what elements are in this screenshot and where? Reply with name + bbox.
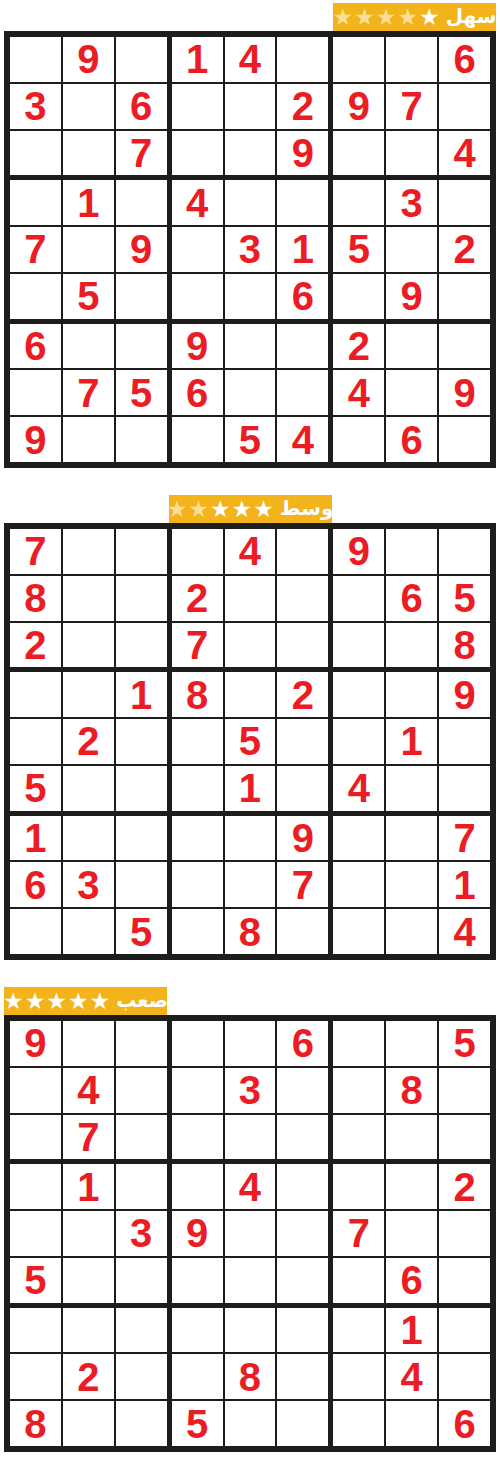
sudoku-cell-empty[interactable] — [10, 131, 61, 176]
sudoku-box: 2496 — [333, 324, 490, 462]
sudoku-cell-empty[interactable] — [172, 227, 223, 272]
sudoku-cell-empty[interactable] — [63, 766, 114, 811]
sudoku-cell-given[interactable]: 5 — [116, 370, 167, 415]
sudoku-cell-empty[interactable] — [172, 1258, 223, 1303]
sudoku-cell-empty[interactable] — [172, 417, 223, 462]
sudoku-cell-given[interactable]: 1 — [63, 180, 114, 225]
sudoku-cell-given[interactable]: 7 — [10, 529, 61, 574]
sudoku-cell-given[interactable]: 8 — [172, 672, 223, 717]
sudoku-cell-given[interactable]: 2 — [63, 1354, 114, 1399]
sudoku-cell-given[interactable]: 5 — [63, 274, 114, 319]
sudoku-cell-given[interactable]: 5 — [10, 1258, 61, 1303]
sudoku-cell-given[interactable]: 7 — [10, 227, 61, 272]
sudoku-cell-empty[interactable] — [439, 766, 490, 811]
sudoku-cell-empty[interactable] — [333, 1068, 384, 1113]
sudoku-cell-empty[interactable] — [277, 719, 328, 764]
sudoku-cell-empty[interactable] — [116, 180, 167, 225]
sudoku-cell-given[interactable]: 3 — [10, 84, 61, 129]
sudoku-cell-empty[interactable] — [10, 1354, 61, 1399]
sudoku-box: 1635 — [10, 816, 167, 954]
sudoku-cell-given[interactable]: 4 — [439, 131, 490, 176]
sudoku-cell-empty[interactable] — [277, 1164, 328, 1209]
sudoku-cell-empty[interactable] — [386, 766, 437, 811]
sudoku-cell-empty[interactable] — [63, 1021, 114, 1066]
sudoku-cell-empty[interactable] — [63, 1401, 114, 1446]
sudoku-cell-empty[interactable] — [116, 1258, 167, 1303]
sudoku-cell-given[interactable]: 6 — [386, 1258, 437, 1303]
sudoku-cell-empty[interactable] — [439, 719, 490, 764]
sudoku-cell-given[interactable]: 4 — [172, 180, 223, 225]
sudoku-cell-given[interactable]: 1 — [386, 1308, 437, 1353]
sudoku-box: 146 — [333, 1308, 490, 1446]
sudoku-cell-given[interactable]: 7 — [63, 370, 114, 415]
sudoku-cell-empty[interactable] — [172, 909, 223, 954]
sudoku-cell-empty[interactable] — [116, 417, 167, 462]
sudoku-cell-empty[interactable] — [116, 1115, 167, 1160]
sudoku-cell-empty[interactable] — [225, 816, 276, 861]
sudoku-cell-given[interactable]: 2 — [439, 1164, 490, 1209]
sudoku-cell-empty[interactable] — [333, 862, 384, 907]
sudoku-cell-empty[interactable] — [172, 1068, 223, 1113]
sudoku-cell-empty[interactable] — [172, 1354, 223, 1399]
sudoku-cell-empty[interactable] — [225, 672, 276, 717]
sudoku-cell-given[interactable]: 1 — [386, 719, 437, 764]
sudoku-cell-empty[interactable] — [225, 180, 276, 225]
sudoku-cell-empty[interactable] — [386, 37, 437, 82]
sudoku-box: 9367 — [10, 37, 167, 175]
sudoku-cell-empty[interactable] — [10, 909, 61, 954]
sudoku-cell-given[interactable]: 6 — [10, 324, 61, 369]
sudoku-box: 125 — [10, 672, 167, 810]
sudoku-cell-given[interactable]: 4 — [225, 37, 276, 82]
sudoku-cell-given[interactable]: 9 — [63, 37, 114, 82]
difficulty-stars: ★★★★★ — [333, 6, 440, 29]
sudoku-cell-given[interactable]: 9 — [116, 227, 167, 272]
sudoku-cell-empty[interactable] — [225, 274, 276, 319]
sudoku-cell-given[interactable]: 9 — [439, 370, 490, 415]
sudoku-cell-empty[interactable] — [10, 719, 61, 764]
sudoku-cell-given[interactable]: 8 — [225, 909, 276, 954]
banner-row: ★★★★★وسط — [0, 495, 500, 523]
sudoku-cell-given[interactable]: 4 — [63, 1068, 114, 1113]
sudoku-cell-given[interactable]: 5 — [116, 909, 167, 954]
sudoku-cell-given[interactable]: 3 — [116, 1211, 167, 1256]
sudoku-cell-empty[interactable] — [63, 1258, 114, 1303]
sudoku-cell-empty[interactable] — [172, 862, 223, 907]
sudoku-cell-given[interactable]: 8 — [10, 1401, 61, 1446]
sudoku-cell-empty[interactable] — [386, 1211, 437, 1256]
star-icon: ★ — [3, 990, 24, 1013]
sudoku-cell-given[interactable]: 2 — [63, 719, 114, 764]
sudoku-cell-empty[interactable] — [277, 324, 328, 369]
sudoku-cell-empty[interactable] — [333, 1308, 384, 1353]
sudoku-cell-empty[interactable] — [172, 1021, 223, 1066]
difficulty-banner-easy: ★★★★★سهل — [333, 3, 496, 31]
sudoku-cell-given[interactable]: 4 — [277, 417, 328, 462]
sudoku-cell-empty[interactable] — [63, 324, 114, 369]
sudoku-cell-given[interactable]: 6 — [386, 417, 437, 462]
sudoku-cell-empty[interactable] — [333, 576, 384, 621]
sudoku-cell-empty[interactable] — [333, 274, 384, 319]
sudoku-cell-empty[interactable] — [333, 1115, 384, 1160]
star-icon: ★ — [210, 498, 231, 521]
sudoku-cell-empty[interactable] — [225, 84, 276, 129]
sudoku-cell-given[interactable]: 7 — [172, 623, 223, 668]
sudoku-cell-empty[interactable] — [172, 529, 223, 574]
sudoku-box: 1429 — [172, 37, 329, 175]
sudoku-cell-empty[interactable] — [333, 672, 384, 717]
sudoku-cell-given[interactable]: 7 — [386, 84, 437, 129]
sudoku-cell-empty[interactable] — [116, 1021, 167, 1066]
sudoku-cell-empty[interactable] — [439, 274, 490, 319]
sudoku-cell-given[interactable]: 5 — [10, 766, 61, 811]
sudoku-cell-given[interactable]: 7 — [333, 1211, 384, 1256]
star-icon: ★ — [397, 6, 418, 29]
sudoku-cell-empty[interactable] — [225, 1115, 276, 1160]
star-icon: ★ — [167, 498, 188, 521]
sudoku-cell-empty[interactable] — [116, 1164, 167, 1209]
sudoku-cell-empty[interactable] — [116, 816, 167, 861]
sudoku-box: 85 — [172, 1308, 329, 1446]
sudoku-cell-given[interactable]: 9 — [277, 131, 328, 176]
sudoku-cell-empty[interactable] — [116, 766, 167, 811]
sudoku-cell-given[interactable]: 1 — [439, 862, 490, 907]
sudoku-cell-empty[interactable] — [386, 529, 437, 574]
sudoku-cell-given[interactable]: 3 — [386, 180, 437, 225]
sudoku-cell-empty[interactable] — [116, 1354, 167, 1399]
star-icon: ★ — [90, 990, 111, 1013]
sudoku-cell-empty[interactable] — [333, 1258, 384, 1303]
sudoku-cell-given[interactable]: 1 — [172, 37, 223, 82]
sudoku-cell-given[interactable]: 5 — [333, 227, 384, 272]
sudoku-box: 1795 — [10, 180, 167, 318]
sudoku-cell-empty[interactable] — [10, 180, 61, 225]
sudoku-cell-empty[interactable] — [63, 1308, 114, 1353]
sudoku-cell-empty[interactable] — [333, 1021, 384, 1066]
sudoku-box: 947 — [10, 1021, 167, 1159]
sudoku-cell-empty[interactable] — [439, 1211, 490, 1256]
sudoku-cell-given[interactable]: 9 — [333, 529, 384, 574]
sudoku-cell-empty[interactable] — [225, 1308, 276, 1353]
sudoku-cell-empty[interactable] — [333, 1401, 384, 1446]
difficulty-stars: ★★★★★ — [167, 498, 274, 521]
sudoku-cell-empty[interactable] — [333, 180, 384, 225]
sudoku-cell-empty[interactable] — [63, 417, 114, 462]
sudoku-cell-empty[interactable] — [116, 1401, 167, 1446]
difficulty-label: وسط — [280, 498, 334, 521]
sudoku-cell-empty[interactable] — [439, 529, 490, 574]
difficulty-banner-hard: ★★★★★صعب — [4, 987, 167, 1015]
sudoku-cell-empty[interactable] — [10, 1164, 61, 1209]
sudoku-box: 49 — [172, 1164, 329, 1302]
sudoku-cell-empty[interactable] — [63, 84, 114, 129]
sudoku-cell-given[interactable]: 5 — [172, 1401, 223, 1446]
sudoku-cell-empty[interactable] — [277, 1115, 328, 1160]
sudoku-cell-empty[interactable] — [333, 816, 384, 861]
sudoku-cell-empty[interactable] — [172, 816, 223, 861]
sudoku-cell-empty[interactable] — [333, 131, 384, 176]
sudoku-cell-empty[interactable] — [225, 324, 276, 369]
sudoku-box: 9658 — [333, 529, 490, 667]
star-icon: ★ — [46, 990, 67, 1013]
sudoku-cell-given[interactable]: 6 — [116, 84, 167, 129]
star-icon: ★ — [376, 6, 397, 29]
sudoku-cell-empty[interactable] — [277, 1354, 328, 1399]
star-icon: ★ — [333, 6, 354, 29]
star-icon: ★ — [354, 6, 375, 29]
sudoku-cell-given[interactable]: 6 — [172, 370, 223, 415]
sudoku-cell-empty[interactable] — [63, 816, 114, 861]
sudoku-cell-given[interactable]: 1 — [10, 816, 61, 861]
sudoku-cell-empty[interactable] — [116, 862, 167, 907]
sudoku-cell-given[interactable]: 8 — [386, 1068, 437, 1113]
sudoku-cell-given[interactable]: 3 — [225, 227, 276, 272]
star-icon: ★ — [68, 990, 89, 1013]
sudoku-cell-empty[interactable] — [225, 1021, 276, 1066]
sudoku-cell-empty[interactable] — [333, 719, 384, 764]
star-icon: ★ — [188, 498, 209, 521]
sudoku-cell-given[interactable]: 4 — [333, 370, 384, 415]
sudoku-cell-given[interactable]: 6 — [439, 37, 490, 82]
sudoku-cell-given[interactable]: 3 — [225, 1068, 276, 1113]
sudoku-cell-given[interactable]: 4 — [439, 909, 490, 954]
sudoku-cell-empty[interactable] — [277, 1401, 328, 1446]
sudoku-cell-empty[interactable] — [386, 862, 437, 907]
sudoku-box: 3529 — [333, 180, 490, 318]
sudoku-cell-empty[interactable] — [277, 1211, 328, 1256]
banner-row: ★★★★★صعب — [0, 987, 500, 1015]
sudoku-cell-empty[interactable] — [439, 1354, 490, 1399]
sudoku-cell-given[interactable]: 1 — [225, 766, 276, 811]
sudoku-cell-empty[interactable] — [10, 37, 61, 82]
sudoku-cell-given[interactable]: 6 — [386, 576, 437, 621]
sudoku-cell-empty[interactable] — [10, 274, 61, 319]
sudoku-cell-given[interactable]: 5 — [225, 719, 276, 764]
sudoku-cell-empty[interactable] — [225, 1211, 276, 1256]
sudoku-cell-empty[interactable] — [10, 370, 61, 415]
star-icon: ★ — [232, 498, 253, 521]
sudoku-box: 914 — [333, 672, 490, 810]
sudoku-cell-empty[interactable] — [225, 862, 276, 907]
difficulty-label: سهل — [446, 6, 497, 29]
sudoku-box: 135 — [10, 1164, 167, 1302]
sudoku-cell-empty[interactable] — [386, 1115, 437, 1160]
sudoku-cell-empty[interactable] — [439, 180, 490, 225]
sudoku-cell-given[interactable]: 2 — [277, 672, 328, 717]
sudoku-cell-empty[interactable] — [386, 1164, 437, 1209]
sudoku-cell-empty[interactable] — [116, 324, 167, 369]
sudoku-cell-empty[interactable] — [116, 1068, 167, 1113]
sudoku-cell-given[interactable]: 9 — [10, 417, 61, 462]
sudoku-cell-empty[interactable] — [116, 576, 167, 621]
sudoku-cell-given[interactable]: 8 — [439, 623, 490, 668]
sudoku-cell-empty[interactable] — [172, 1115, 223, 1160]
sudoku-box: 6759 — [10, 324, 167, 462]
sudoku-cell-empty[interactable] — [386, 1401, 437, 1446]
sudoku-cell-empty[interactable] — [386, 1021, 437, 1066]
sudoku-cell-empty[interactable] — [172, 274, 223, 319]
sudoku-cell-empty[interactable] — [63, 529, 114, 574]
sudoku-board-hard: 9476358135492762885146 — [4, 1015, 496, 1452]
sudoku-cell-given[interactable]: 2 — [439, 227, 490, 272]
sudoku-cell-empty[interactable] — [10, 1068, 61, 1113]
sudoku-cell-given[interactable]: 7 — [116, 131, 167, 176]
sudoku-cell-empty[interactable] — [10, 672, 61, 717]
sudoku-cell-empty[interactable] — [172, 719, 223, 764]
sudoku-cell-empty[interactable] — [63, 227, 114, 272]
sudoku-cell-empty[interactable] — [277, 37, 328, 82]
puzzle-medium: ★★★★★وسط782427965812582519141635978714 — [0, 495, 500, 960]
sudoku-cell-empty[interactable] — [277, 909, 328, 954]
sudoku-cell-given[interactable]: 7 — [63, 1115, 114, 1160]
sudoku-cell-empty[interactable] — [439, 84, 490, 129]
sudoku-cell-given[interactable]: 8 — [10, 576, 61, 621]
sudoku-cell-given[interactable]: 6 — [277, 274, 328, 319]
sudoku-cell-empty[interactable] — [225, 370, 276, 415]
puzzle-hard: ★★★★★صعب9476358135492762885146 — [0, 987, 500, 1452]
sudoku-cell-empty[interactable] — [439, 417, 490, 462]
sudoku-cell-given[interactable]: 4 — [386, 1354, 437, 1399]
star-icon: ★ — [253, 498, 274, 521]
sudoku-cell-empty[interactable] — [277, 1258, 328, 1303]
sudoku-cell-empty[interactable] — [172, 131, 223, 176]
sudoku-cell-empty[interactable] — [439, 1115, 490, 1160]
sudoku-cell-empty[interactable] — [63, 576, 114, 621]
difficulty-label: صعب — [116, 990, 168, 1013]
sudoku-cell-empty[interactable] — [439, 1258, 490, 1303]
sudoku-box: 714 — [333, 816, 490, 954]
sudoku-cell-given[interactable]: 6 — [439, 1401, 490, 1446]
sudoku-box: 4316 — [172, 180, 329, 318]
sudoku-cell-given[interactable]: 5 — [225, 417, 276, 462]
sudoku-cell-empty[interactable] — [277, 576, 328, 621]
sudoku-cell-given[interactable]: 7 — [277, 862, 328, 907]
sudoku-cell-empty[interactable] — [386, 324, 437, 369]
sudoku-cell-given[interactable]: 9 — [333, 84, 384, 129]
sudoku-cell-empty[interactable] — [277, 1068, 328, 1113]
sudoku-cell-given[interactable]: 1 — [116, 672, 167, 717]
sudoku-cell-empty[interactable] — [277, 529, 328, 574]
sudoku-cell-empty[interactable] — [225, 131, 276, 176]
difficulty-stars: ★★★★★ — [3, 990, 110, 1013]
sudoku-cell-empty[interactable] — [386, 672, 437, 717]
sudoku-cell-empty[interactable] — [439, 1068, 490, 1113]
sudoku-cell-empty[interactable] — [63, 672, 114, 717]
sudoku-cell-given[interactable]: 2 — [333, 324, 384, 369]
sudoku-cell-given[interactable]: 9 — [172, 324, 223, 369]
sudoku-box: 276 — [333, 1164, 490, 1302]
sudoku-cell-given[interactable]: 8 — [225, 1354, 276, 1399]
sudoku-cell-given[interactable]: 5 — [439, 1021, 490, 1066]
sudoku-cell-given[interactable]: 9 — [386, 274, 437, 319]
sudoku-cell-empty[interactable] — [386, 131, 437, 176]
sudoku-cell-empty[interactable] — [333, 1354, 384, 1399]
sudoku-cell-empty[interactable] — [225, 1401, 276, 1446]
sudoku-cell-given[interactable]: 1 — [277, 227, 328, 272]
sudoku-cell-given[interactable]: 9 — [439, 672, 490, 717]
sudoku-cell-empty[interactable] — [333, 37, 384, 82]
sudoku-board-easy: 936714296974179543163529675996542496 — [4, 31, 496, 468]
sudoku-box: 58 — [333, 1021, 490, 1159]
sudoku-cell-empty[interactable] — [116, 719, 167, 764]
sudoku-box: 6974 — [333, 37, 490, 175]
sudoku-cell-empty[interactable] — [277, 766, 328, 811]
sudoku-cell-empty[interactable] — [116, 274, 167, 319]
sudoku-cell-given[interactable]: 9 — [172, 1211, 223, 1256]
sudoku-cell-empty[interactable] — [333, 909, 384, 954]
sudoku-cell-empty[interactable] — [172, 1308, 223, 1353]
sudoku-cell-empty[interactable] — [63, 131, 114, 176]
sudoku-cell-given[interactable]: 4 — [225, 529, 276, 574]
sudoku-box: 28 — [10, 1308, 167, 1446]
sudoku-cell-empty[interactable] — [172, 1164, 223, 1209]
sudoku-cell-empty[interactable] — [116, 1308, 167, 1353]
sudoku-cell-empty[interactable] — [386, 227, 437, 272]
sudoku-box: 8251 — [172, 672, 329, 810]
sudoku-cell-empty[interactable] — [172, 84, 223, 129]
sudoku-cell-empty[interactable] — [277, 623, 328, 668]
sudoku-cell-given[interactable]: 6 — [10, 862, 61, 907]
sudoku-box: 63 — [172, 1021, 329, 1159]
sudoku-cell-empty[interactable] — [277, 180, 328, 225]
sudoku-cell-empty[interactable] — [225, 576, 276, 621]
sudoku-cell-given[interactable]: 2 — [277, 84, 328, 129]
sudoku-cell-empty[interactable] — [386, 909, 437, 954]
sudoku-cell-given[interactable]: 5 — [439, 576, 490, 621]
sudoku-cell-empty[interactable] — [386, 370, 437, 415]
sudoku-cell-empty[interactable] — [116, 37, 167, 82]
sudoku-cell-empty[interactable] — [116, 529, 167, 574]
sudoku-cell-given[interactable]: 3 — [63, 862, 114, 907]
sudoku-cell-empty[interactable] — [63, 623, 114, 668]
sudoku-cell-empty[interactable] — [277, 370, 328, 415]
banner-row: ★★★★★سهل — [0, 3, 500, 31]
sudoku-cell-given[interactable]: 1 — [63, 1164, 114, 1209]
sudoku-cell-empty[interactable] — [439, 324, 490, 369]
sudoku-cell-given[interactable]: 6 — [277, 1021, 328, 1066]
sudoku-cell-empty[interactable] — [333, 417, 384, 462]
sudoku-cell-empty[interactable] — [10, 1115, 61, 1160]
sudoku-page: ★★★★★سهل93671429697417954316352967599654… — [0, 0, 500, 1459]
sudoku-cell-empty[interactable] — [172, 766, 223, 811]
sudoku-cell-empty[interactable] — [63, 1211, 114, 1256]
sudoku-cell-empty[interactable] — [10, 1211, 61, 1256]
sudoku-cell-empty[interactable] — [333, 623, 384, 668]
sudoku-box: 427 — [172, 529, 329, 667]
sudoku-cell-empty[interactable] — [225, 1258, 276, 1303]
sudoku-cell-given[interactable]: 9 — [277, 816, 328, 861]
sudoku-cell-given[interactable]: 7 — [439, 816, 490, 861]
sudoku-cell-empty[interactable] — [116, 623, 167, 668]
sudoku-cell-given[interactable]: 4 — [225, 1164, 276, 1209]
sudoku-cell-empty[interactable] — [333, 1164, 384, 1209]
sudoku-cell-empty[interactable] — [386, 623, 437, 668]
sudoku-cell-given[interactable]: 2 — [10, 623, 61, 668]
sudoku-cell-empty[interactable] — [439, 1308, 490, 1353]
sudoku-cell-empty[interactable] — [386, 816, 437, 861]
star-icon: ★ — [25, 990, 46, 1013]
sudoku-cell-given[interactable]: 4 — [333, 766, 384, 811]
sudoku-cell-empty[interactable] — [225, 623, 276, 668]
sudoku-cell-empty[interactable] — [10, 1308, 61, 1353]
difficulty-banner-medium: ★★★★★وسط — [169, 495, 332, 523]
sudoku-box: 9654 — [172, 324, 329, 462]
sudoku-cell-empty[interactable] — [63, 909, 114, 954]
sudoku-cell-empty[interactable] — [277, 1308, 328, 1353]
puzzle-easy: ★★★★★سهل93671429697417954316352967599654… — [0, 0, 500, 468]
sudoku-cell-given[interactable]: 9 — [10, 1021, 61, 1066]
sudoku-cell-given[interactable]: 2 — [172, 576, 223, 621]
